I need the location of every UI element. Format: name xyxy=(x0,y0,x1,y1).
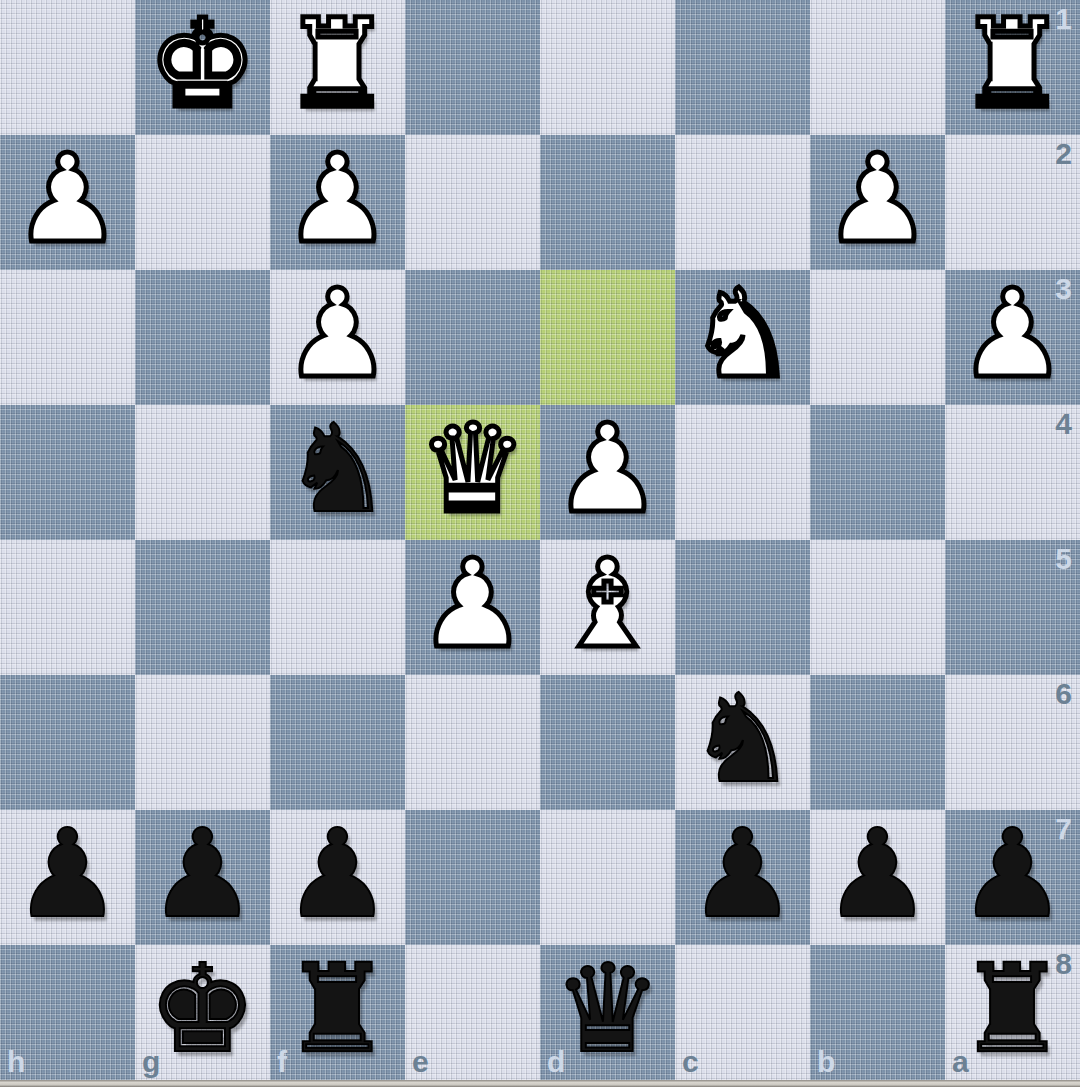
square-a6[interactable]: 6 xyxy=(945,675,1080,810)
square-d8[interactable]: ♛d xyxy=(540,945,675,1080)
square-c6[interactable]: ♞ xyxy=(675,675,810,810)
square-h6[interactable] xyxy=(0,675,135,810)
chess-board-stage: ♚♜♜1♟♟♟2♟♞♟3♞♛♟4♟♝5♞6♟♟♟♟♟♟7h♚g♜fe♛dcb♜a… xyxy=(0,0,1080,1087)
white-knight-c3[interactable]: ♞ xyxy=(675,267,810,402)
square-g1[interactable]: ♚ xyxy=(135,0,270,135)
black-king-g8[interactable]: ♚ xyxy=(135,942,270,1077)
file-label-b: b xyxy=(817,1045,835,1079)
square-c3[interactable]: ♞ xyxy=(675,270,810,405)
black-rook-a8[interactable]: ♜ xyxy=(945,942,1080,1077)
chess-board: ♚♜♜1♟♟♟2♟♞♟3♞♛♟4♟♝5♞6♟♟♟♟♟♟7h♚g♜fe♛dcb♜a… xyxy=(0,0,1080,1080)
square-b3[interactable] xyxy=(810,270,945,405)
square-f6[interactable] xyxy=(270,675,405,810)
white-pawn-d4[interactable]: ♟ xyxy=(540,402,675,537)
square-a3[interactable]: ♟3 xyxy=(945,270,1080,405)
square-f4[interactable]: ♞ xyxy=(270,405,405,540)
black-pawn-f7[interactable]: ♟ xyxy=(270,807,405,942)
square-f5[interactable] xyxy=(270,540,405,675)
white-king-g1[interactable]: ♚ xyxy=(135,0,270,132)
square-h2[interactable]: ♟ xyxy=(0,135,135,270)
square-f8[interactable]: ♜f xyxy=(270,945,405,1080)
square-c1[interactable] xyxy=(675,0,810,135)
black-pawn-h7[interactable]: ♟ xyxy=(0,807,135,942)
square-e2[interactable] xyxy=(405,135,540,270)
black-rook-f8[interactable]: ♜ xyxy=(270,942,405,1077)
black-knight-f4[interactable]: ♞ xyxy=(270,402,405,537)
square-b2[interactable]: ♟ xyxy=(810,135,945,270)
square-b4[interactable] xyxy=(810,405,945,540)
square-d6[interactable] xyxy=(540,675,675,810)
square-h7[interactable]: ♟ xyxy=(0,810,135,945)
square-c8[interactable]: c xyxy=(675,945,810,1080)
square-g3[interactable] xyxy=(135,270,270,405)
square-d7[interactable] xyxy=(540,810,675,945)
square-h3[interactable] xyxy=(0,270,135,405)
white-queen-e4[interactable]: ♛ xyxy=(405,402,540,537)
square-f1[interactable]: ♜ xyxy=(270,0,405,135)
square-c2[interactable] xyxy=(675,135,810,270)
white-pawn-f3[interactable]: ♟ xyxy=(270,267,405,402)
rank-label-2: 2 xyxy=(1055,137,1072,171)
square-d1[interactable] xyxy=(540,0,675,135)
black-pawn-c7[interactable]: ♟ xyxy=(675,807,810,942)
square-f7[interactable]: ♟ xyxy=(270,810,405,945)
white-rook-a1[interactable]: ♜ xyxy=(945,0,1080,132)
file-label-e: e xyxy=(412,1045,429,1079)
file-label-c: c xyxy=(682,1045,699,1079)
square-g5[interactable] xyxy=(135,540,270,675)
square-d4[interactable]: ♟ xyxy=(540,405,675,540)
square-a4[interactable]: 4 xyxy=(945,405,1080,540)
square-b6[interactable] xyxy=(810,675,945,810)
black-pawn-a7[interactable]: ♟ xyxy=(945,807,1080,942)
square-e3[interactable] xyxy=(405,270,540,405)
white-bishop-d5[interactable]: ♝ xyxy=(540,537,675,672)
square-g4[interactable] xyxy=(135,405,270,540)
square-h1[interactable] xyxy=(0,0,135,135)
square-f3[interactable]: ♟ xyxy=(270,270,405,405)
square-h8[interactable]: h xyxy=(0,945,135,1080)
square-a5[interactable]: 5 xyxy=(945,540,1080,675)
white-pawn-a3[interactable]: ♟ xyxy=(945,267,1080,402)
square-g7[interactable]: ♟ xyxy=(135,810,270,945)
rank-label-5: 5 xyxy=(1055,542,1072,576)
square-d5[interactable]: ♝ xyxy=(540,540,675,675)
black-pawn-b7[interactable]: ♟ xyxy=(810,807,945,942)
square-e1[interactable] xyxy=(405,0,540,135)
square-d2[interactable] xyxy=(540,135,675,270)
square-d3[interactable] xyxy=(540,270,675,405)
white-pawn-f2[interactable]: ♟ xyxy=(270,132,405,267)
square-b1[interactable] xyxy=(810,0,945,135)
square-h5[interactable] xyxy=(0,540,135,675)
black-pawn-g7[interactable]: ♟ xyxy=(135,807,270,942)
square-g8[interactable]: ♚g xyxy=(135,945,270,1080)
white-rook-f1[interactable]: ♜ xyxy=(270,0,405,132)
square-h4[interactable] xyxy=(0,405,135,540)
black-knight-c6[interactable]: ♞ xyxy=(675,672,810,807)
square-g2[interactable] xyxy=(135,135,270,270)
square-e8[interactable]: e xyxy=(405,945,540,1080)
square-e5[interactable]: ♟ xyxy=(405,540,540,675)
square-a1[interactable]: ♜1 xyxy=(945,0,1080,135)
square-c5[interactable] xyxy=(675,540,810,675)
board-edge xyxy=(0,1080,1080,1087)
square-a8[interactable]: ♜a8 xyxy=(945,945,1080,1080)
square-b7[interactable]: ♟ xyxy=(810,810,945,945)
square-f2[interactable]: ♟ xyxy=(270,135,405,270)
square-a2[interactable]: 2 xyxy=(945,135,1080,270)
file-label-h: h xyxy=(7,1045,25,1079)
rank-label-4: 4 xyxy=(1055,407,1072,441)
white-pawn-e5[interactable]: ♟ xyxy=(405,537,540,672)
square-e6[interactable] xyxy=(405,675,540,810)
square-b8[interactable]: b xyxy=(810,945,945,1080)
square-e7[interactable] xyxy=(405,810,540,945)
square-b5[interactable] xyxy=(810,540,945,675)
square-c4[interactable] xyxy=(675,405,810,540)
white-pawn-b2[interactable]: ♟ xyxy=(810,132,945,267)
square-a7[interactable]: ♟7 xyxy=(945,810,1080,945)
rank-label-6: 6 xyxy=(1055,677,1072,711)
white-pawn-h2[interactable]: ♟ xyxy=(0,132,135,267)
square-g6[interactable] xyxy=(135,675,270,810)
black-queen-d8[interactable]: ♛ xyxy=(540,942,675,1077)
square-c7[interactable]: ♟ xyxy=(675,810,810,945)
square-e4[interactable]: ♛ xyxy=(405,405,540,540)
